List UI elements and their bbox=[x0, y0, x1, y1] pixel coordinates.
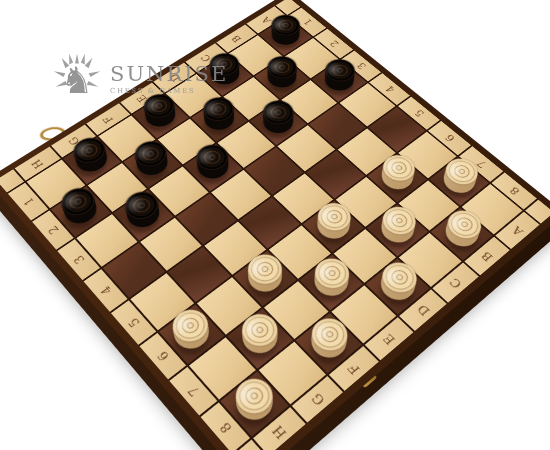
black-man-a3[interactable] bbox=[319, 66, 360, 97]
white-man-a7[interactable] bbox=[437, 163, 481, 199]
white-man-e7[interactable] bbox=[308, 262, 355, 303]
black-man-b2[interactable] bbox=[262, 63, 302, 94]
white-man-b8[interactable] bbox=[439, 215, 485, 254]
board-face: HGFEDCBA1122334455667788HGFEDCBA bbox=[0, 0, 550, 450]
knight-sun-logo-icon: ♞ bbox=[48, 50, 106, 108]
black-man-d2[interactable] bbox=[198, 103, 240, 136]
black-man-c1[interactable] bbox=[205, 60, 245, 91]
white-man-d6[interactable] bbox=[311, 207, 356, 245]
white-man-b6[interactable] bbox=[375, 160, 419, 196]
white-man-f6[interactable] bbox=[242, 258, 289, 299]
black-man-e1[interactable] bbox=[140, 100, 181, 133]
white-man-c7[interactable] bbox=[375, 211, 420, 249]
checkers-board: HGFEDCBA1122334455667788HGFEDCBA bbox=[0, 0, 550, 450]
black-man-a1[interactable] bbox=[266, 22, 305, 51]
black-man-g1[interactable] bbox=[71, 143, 114, 178]
black-man-e3[interactable] bbox=[192, 150, 235, 185]
svg-text:♞: ♞ bbox=[61, 59, 94, 102]
white-man-d8[interactable] bbox=[374, 266, 421, 307]
product-photo-scene: ♞ SUNRISE CHESS & GAMES HGFEDCBA11223344… bbox=[0, 0, 550, 450]
white-man-g7[interactable] bbox=[236, 316, 285, 360]
